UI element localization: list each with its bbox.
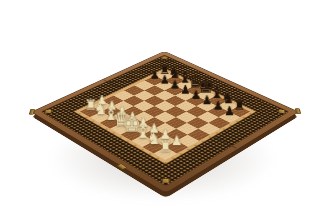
brass-corner-ornament-icon bbox=[162, 179, 170, 184]
brass-corner-ornament-icon bbox=[278, 110, 286, 114]
piece-black-pawn: ♟ bbox=[201, 94, 212, 106]
piece-black-pawn: ♟ bbox=[169, 79, 179, 90]
hinge-right-icon bbox=[295, 108, 302, 114]
piece-black-pawn: ♟ bbox=[180, 84, 190, 96]
piece-black-pawn: ♟ bbox=[212, 100, 223, 112]
piece-black-pawn: ♟ bbox=[159, 74, 169, 85]
piece-black-pawn: ♟ bbox=[190, 89, 201, 101]
brass-corner-ornament-icon bbox=[161, 56, 167, 59]
piece-white-rook: ♜ bbox=[158, 138, 172, 153]
piece-black-pawn: ♟ bbox=[149, 69, 159, 80]
brass-corner-ornament-icon bbox=[44, 110, 52, 114]
piece-black-pawn: ♟ bbox=[224, 105, 235, 117]
chess-set-photo: ♜♞♝♛♚♝♞♜♟♟♟♟♟♟♟♟♟♟♟♟♟♟♟♟♜♞♝♛♚♝♞♜ bbox=[0, 0, 320, 214]
